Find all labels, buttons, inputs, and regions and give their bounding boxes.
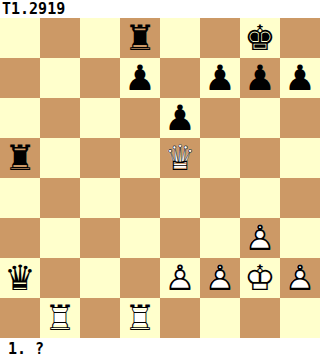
square-g1[interactable]	[240, 298, 280, 338]
square-a5[interactable]: ♜	[0, 138, 40, 178]
square-a4[interactable]	[0, 178, 40, 218]
piece-outline: ♖	[120, 298, 160, 338]
piece-black-pawn[interactable]: ♟	[160, 98, 200, 138]
piece-glyph: ♟	[160, 98, 200, 138]
square-d6[interactable]	[120, 98, 160, 138]
square-f4[interactable]	[200, 178, 240, 218]
piece-fill: ♜	[40, 298, 80, 338]
square-g3[interactable]: ♟♙	[240, 218, 280, 258]
piece-outline: ♙	[200, 258, 240, 298]
piece-fill: ♜	[120, 298, 160, 338]
square-g5[interactable]	[240, 138, 280, 178]
square-g2[interactable]: ♚♔	[240, 258, 280, 298]
piece-glyph: ♛	[0, 258, 40, 298]
square-c8[interactable]	[80, 18, 120, 58]
square-d8[interactable]: ♜	[120, 18, 160, 58]
piece-white-pawn[interactable]: ♟♙	[240, 218, 280, 258]
square-h7[interactable]: ♟	[280, 58, 320, 98]
square-b7[interactable]	[40, 58, 80, 98]
square-c3[interactable]	[80, 218, 120, 258]
square-a8[interactable]	[0, 18, 40, 58]
square-c7[interactable]	[80, 58, 120, 98]
piece-outline: ♙	[280, 258, 320, 298]
square-b2[interactable]	[40, 258, 80, 298]
piece-fill: ♟	[160, 258, 200, 298]
square-e3[interactable]	[160, 218, 200, 258]
square-c6[interactable]	[80, 98, 120, 138]
piece-fill: ♟	[240, 218, 280, 258]
square-f2[interactable]: ♟♙	[200, 258, 240, 298]
square-e5[interactable]: ♛♕	[160, 138, 200, 178]
square-g8[interactable]: ♚	[240, 18, 280, 58]
square-b5[interactable]	[40, 138, 80, 178]
piece-outline: ♕	[160, 138, 200, 178]
piece-fill: ♟	[200, 258, 240, 298]
piece-glyph: ♟	[120, 58, 160, 98]
square-e1[interactable]	[160, 298, 200, 338]
puzzle-title: T1.2919	[2, 0, 65, 18]
piece-white-pawn[interactable]: ♟♙	[160, 258, 200, 298]
square-d4[interactable]	[120, 178, 160, 218]
square-d3[interactable]	[120, 218, 160, 258]
piece-fill: ♟	[280, 258, 320, 298]
piece-glyph: ♜	[0, 138, 40, 178]
square-b8[interactable]	[40, 18, 80, 58]
piece-black-rook[interactable]: ♜	[0, 138, 40, 178]
square-h8[interactable]	[280, 18, 320, 58]
piece-outline: ♙	[160, 258, 200, 298]
piece-black-rook[interactable]: ♜	[120, 18, 160, 58]
square-c4[interactable]	[80, 178, 120, 218]
piece-outline: ♙	[240, 218, 280, 258]
piece-glyph: ♟	[240, 58, 280, 98]
square-c1[interactable]	[80, 298, 120, 338]
square-a2[interactable]: ♛	[0, 258, 40, 298]
piece-glyph: ♟	[200, 58, 240, 98]
piece-fill: ♛	[160, 138, 200, 178]
square-f3[interactable]	[200, 218, 240, 258]
square-h1[interactable]	[280, 298, 320, 338]
square-e6[interactable]: ♟	[160, 98, 200, 138]
square-b1[interactable]: ♜♖	[40, 298, 80, 338]
square-f6[interactable]	[200, 98, 240, 138]
square-g4[interactable]	[240, 178, 280, 218]
square-d1[interactable]: ♜♖	[120, 298, 160, 338]
square-c5[interactable]	[80, 138, 120, 178]
square-e7[interactable]	[160, 58, 200, 98]
piece-black-queen[interactable]: ♛	[0, 258, 40, 298]
square-e8[interactable]	[160, 18, 200, 58]
piece-outline: ♔	[240, 258, 280, 298]
square-c2[interactable]	[80, 258, 120, 298]
piece-white-pawn[interactable]: ♟♙	[280, 258, 320, 298]
chess-board: ♜♚♟♟♟♟♟♜♛♕♟♙♛♟♙♟♙♚♔♟♙♜♖♜♖	[0, 18, 320, 338]
piece-glyph: ♚	[240, 18, 280, 58]
piece-white-queen[interactable]: ♛♕	[160, 138, 200, 178]
square-d2[interactable]	[120, 258, 160, 298]
square-d5[interactable]	[120, 138, 160, 178]
square-a7[interactable]	[0, 58, 40, 98]
square-f7[interactable]: ♟	[200, 58, 240, 98]
square-h6[interactable]	[280, 98, 320, 138]
square-h5[interactable]	[280, 138, 320, 178]
square-b6[interactable]	[40, 98, 80, 138]
square-e4[interactable]	[160, 178, 200, 218]
square-b3[interactable]	[40, 218, 80, 258]
piece-black-pawn[interactable]: ♟	[240, 58, 280, 98]
move-prompt: 1. ?	[8, 339, 44, 359]
square-e2[interactable]: ♟♙	[160, 258, 200, 298]
square-g6[interactable]	[240, 98, 280, 138]
piece-white-king[interactable]: ♚♔	[240, 258, 280, 298]
square-a6[interactable]	[0, 98, 40, 138]
square-f1[interactable]	[200, 298, 240, 338]
piece-black-king[interactable]: ♚	[240, 18, 280, 58]
square-g7[interactable]: ♟	[240, 58, 280, 98]
square-a1[interactable]	[0, 298, 40, 338]
piece-white-rook[interactable]: ♜♖	[120, 298, 160, 338]
square-f8[interactable]	[200, 18, 240, 58]
piece-outline: ♖	[40, 298, 80, 338]
piece-black-pawn[interactable]: ♟	[200, 58, 240, 98]
piece-white-rook[interactable]: ♜♖	[40, 298, 80, 338]
piece-glyph: ♟	[280, 58, 320, 98]
square-h2[interactable]: ♟♙	[280, 258, 320, 298]
square-h4[interactable]	[280, 178, 320, 218]
square-b4[interactable]	[40, 178, 80, 218]
square-f5[interactable]	[200, 138, 240, 178]
piece-black-pawn[interactable]: ♟	[120, 58, 160, 98]
piece-black-pawn[interactable]: ♟	[280, 58, 320, 98]
square-h3[interactable]	[280, 218, 320, 258]
piece-glyph: ♜	[120, 18, 160, 58]
square-d7[interactable]: ♟	[120, 58, 160, 98]
square-a3[interactable]	[0, 218, 40, 258]
piece-white-pawn[interactable]: ♟♙	[200, 258, 240, 298]
piece-fill: ♚	[240, 258, 280, 298]
